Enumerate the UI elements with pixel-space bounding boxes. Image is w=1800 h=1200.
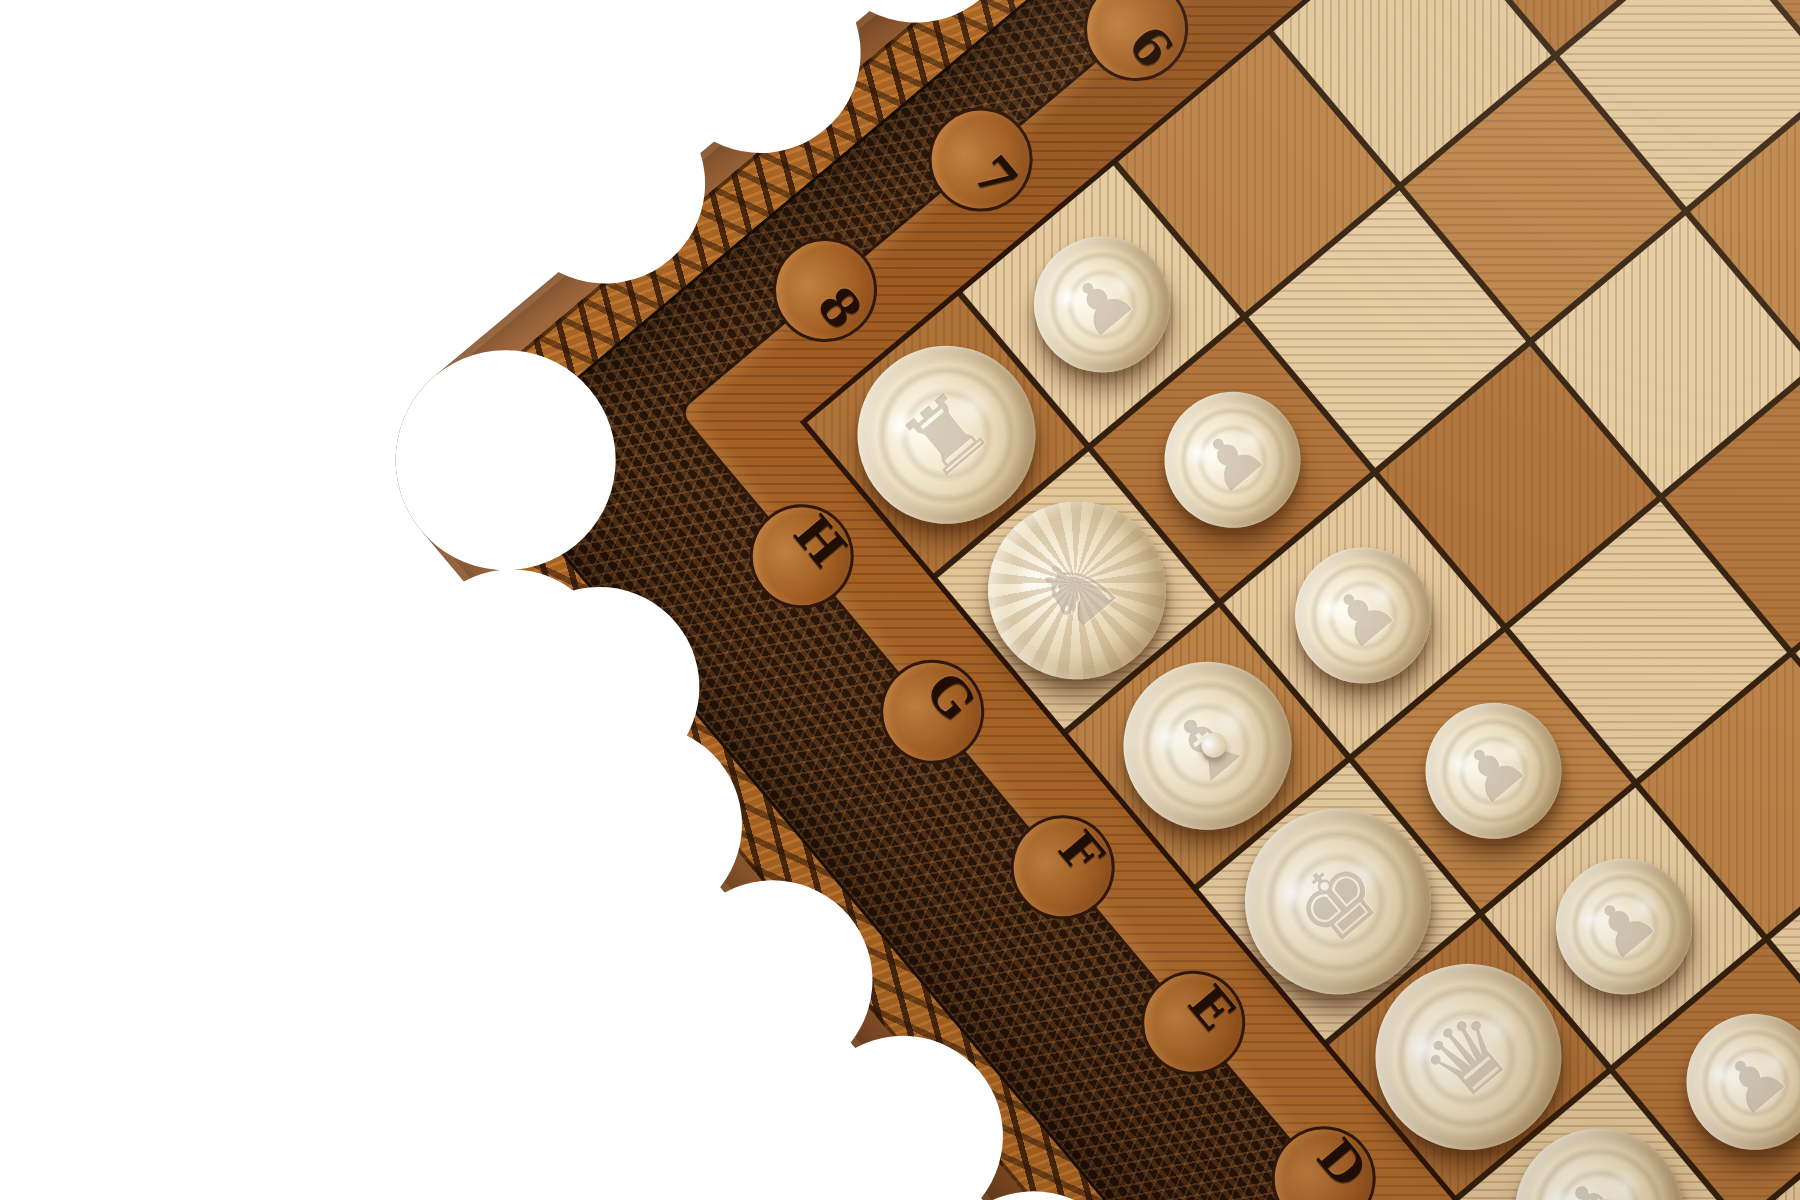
pawn-icon: ♟ [1006, 208, 1198, 400]
pawn-icon: ♟ [1266, 519, 1458, 711]
pawn-icon: ♟ [1136, 364, 1328, 556]
white-pawn-h7[interactable]: ♟ [1006, 208, 1198, 400]
pawn-icon: ♟ [1527, 830, 1719, 1022]
chess-board: ♜♟♞♟♝♟♚♟♛♟♝♟ 876HGFED [351, 0, 1800, 1200]
white-pawn-g7[interactable]: ♟ [1136, 364, 1328, 556]
white-pawn-f7[interactable]: ♟ [1266, 519, 1458, 711]
white-pawn-c7[interactable]: ♟ [1658, 986, 1800, 1178]
white-pawn-e7[interactable]: ♟ [1397, 675, 1589, 867]
scene: ♜♟♞♟♝♟♚♟♛♟♝♟ 876HGFED [0, 0, 1800, 1200]
pawn-icon: ♟ [1397, 675, 1589, 867]
white-pawn-d7[interactable]: ♟ [1527, 830, 1719, 1022]
pawn-icon: ♟ [1658, 986, 1800, 1178]
